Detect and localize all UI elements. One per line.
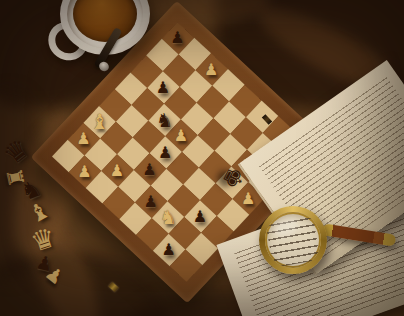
- black-p-piece: ♟: [193, 208, 207, 224]
- black-n-piece: ♞: [156, 111, 173, 130]
- white-n-piece: ♞: [159, 208, 176, 227]
- black-p-piece: ♟: [162, 242, 176, 258]
- white-p-piece: ♟: [78, 164, 92, 180]
- black-p-piece: ♟: [143, 161, 157, 177]
- black-p-piece: ♟: [159, 145, 173, 161]
- white-p-piece: ♟: [110, 163, 124, 179]
- magnifier-glass: [265, 212, 321, 268]
- white-b-piece: ♝: [90, 112, 109, 133]
- white-p-piece: ♟: [242, 190, 256, 206]
- white-p-piece: ♟: [174, 128, 188, 144]
- magnifying-glass: [259, 206, 327, 274]
- black-p-piece: ♟: [144, 194, 158, 210]
- black-p-piece: ♟: [156, 80, 170, 96]
- white-p-piece: ♟: [204, 62, 218, 78]
- black-p-piece: ♟: [171, 30, 185, 46]
- scene-photo: ♛♜♞♝♛♟♟ ♟♟♟♞♞♟♚♟♟♝♟♟♟♟♟♞♟♟: [0, 0, 404, 316]
- white-p-piece: ♟: [77, 131, 91, 147]
